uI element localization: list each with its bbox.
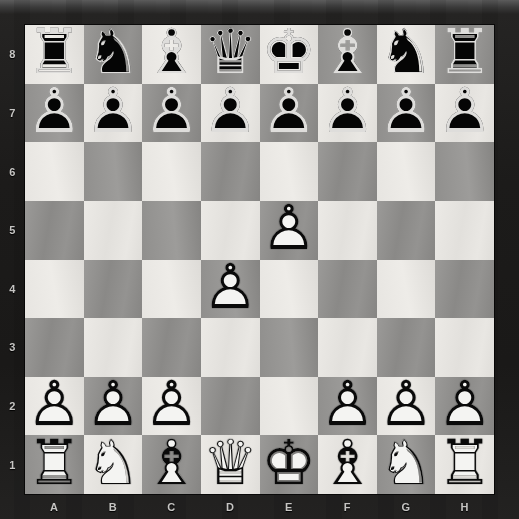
piece-body: ♝	[320, 21, 376, 83]
file-label-h: H	[435, 494, 494, 519]
piece-body: ♟	[202, 79, 258, 141]
white-bishop-icon: ♝♗	[318, 435, 377, 494]
piece-body: ♝	[320, 431, 376, 493]
black-pawn-icon: ♟♙	[318, 84, 377, 143]
square-g8[interactable]: ♞♘	[377, 25, 436, 84]
square-e1[interactable]: ♚♔	[260, 435, 319, 494]
square-d3[interactable]	[201, 318, 260, 377]
square-g2[interactable]: ♟♙	[377, 377, 436, 436]
piece-outline: ♙	[437, 79, 493, 141]
square-a4[interactable]	[25, 260, 84, 319]
rank-label-2: 2	[0, 377, 25, 436]
piece-outline: ♖	[437, 21, 493, 83]
black-knight-icon: ♞♘	[84, 25, 143, 84]
square-b3[interactable]	[84, 318, 143, 377]
rank-label-3: 3	[0, 318, 25, 377]
square-c1[interactable]: ♝♗	[142, 435, 201, 494]
square-g7[interactable]: ♟♙	[377, 84, 436, 143]
piece-body: ♛	[202, 21, 258, 83]
piece-outline: ♙	[85, 79, 141, 141]
piece-body: ♟	[27, 79, 83, 141]
white-pawn-icon: ♟♙	[84, 377, 143, 436]
square-h8[interactable]: ♜♖	[435, 25, 494, 84]
rank-labels: 87654321	[0, 25, 25, 494]
rank-label-6: 6	[0, 142, 25, 201]
square-f4[interactable]	[318, 260, 377, 319]
square-a8[interactable]: ♜♖	[25, 25, 84, 84]
piece-outline: ♙	[261, 197, 317, 259]
white-pawn-icon: ♟♙	[25, 377, 84, 436]
file-label-g: G	[377, 494, 436, 519]
square-f2[interactable]: ♟♙	[318, 377, 377, 436]
piece-outline: ♙	[144, 79, 200, 141]
rank-label-4: 4	[0, 260, 25, 319]
white-knight-icon: ♞♘	[377, 435, 436, 494]
square-h2[interactable]: ♟♙	[435, 377, 494, 436]
piece-outline: ♘	[85, 431, 141, 493]
file-label-c: C	[142, 494, 201, 519]
piece-body: ♟	[437, 79, 493, 141]
piece-body: ♚	[261, 431, 317, 493]
rank-label-7: 7	[0, 84, 25, 143]
piece-outline: ♔	[261, 431, 317, 493]
piece-outline: ♘	[378, 431, 434, 493]
white-king-icon: ♚♔	[260, 435, 319, 494]
square-f6[interactable]	[318, 142, 377, 201]
square-d2[interactable]	[201, 377, 260, 436]
square-c3[interactable]	[142, 318, 201, 377]
piece-body: ♟	[27, 373, 83, 435]
white-rook-icon: ♜♖	[435, 435, 494, 494]
rank-label-5: 5	[0, 201, 25, 260]
piece-outline: ♘	[378, 21, 434, 83]
piece-body: ♞	[85, 431, 141, 493]
square-e6[interactable]	[260, 142, 319, 201]
square-c4[interactable]	[142, 260, 201, 319]
square-f7[interactable]: ♟♙	[318, 84, 377, 143]
square-f1[interactable]: ♝♗	[318, 435, 377, 494]
square-h7[interactable]: ♟♙	[435, 84, 494, 143]
square-f3[interactable]	[318, 318, 377, 377]
piece-body: ♟	[437, 373, 493, 435]
file-label-f: F	[318, 494, 377, 519]
square-e7[interactable]: ♟♙	[260, 84, 319, 143]
square-g4[interactable]	[377, 260, 436, 319]
rank-label-8: 8	[0, 25, 25, 84]
square-a1[interactable]: ♜♖	[25, 435, 84, 494]
piece-outline: ♙	[320, 79, 376, 141]
black-queen-icon: ♛♕	[201, 25, 260, 84]
square-a6[interactable]	[25, 142, 84, 201]
piece-outline: ♙	[85, 373, 141, 435]
file-label-d: D	[201, 494, 260, 519]
piece-outline: ♗	[144, 431, 200, 493]
piece-outline: ♗	[320, 431, 376, 493]
square-g6[interactable]	[377, 142, 436, 201]
square-a5[interactable]	[25, 201, 84, 260]
piece-body: ♟	[144, 373, 200, 435]
piece-outline: ♙	[144, 373, 200, 435]
file-label-e: E	[260, 494, 319, 519]
piece-body: ♞	[378, 431, 434, 493]
square-a7[interactable]: ♟♙	[25, 84, 84, 143]
piece-body: ♝	[144, 21, 200, 83]
square-e4[interactable]	[260, 260, 319, 319]
piece-body: ♟	[320, 79, 376, 141]
piece-body: ♟	[378, 373, 434, 435]
square-h4[interactable]	[435, 260, 494, 319]
square-c8[interactable]: ♝♗	[142, 25, 201, 84]
piece-outline: ♕	[202, 21, 258, 83]
piece-body: ♛	[202, 431, 258, 493]
piece-outline: ♗	[320, 21, 376, 83]
square-h5[interactable]	[435, 201, 494, 260]
piece-outline: ♙	[27, 373, 83, 435]
file-label-b: B	[84, 494, 143, 519]
piece-body: ♜	[27, 431, 83, 493]
black-knight-icon: ♞♘	[377, 25, 436, 84]
piece-body: ♞	[85, 21, 141, 83]
piece-outline: ♙	[202, 79, 258, 141]
black-pawn-icon: ♟♙	[377, 84, 436, 143]
square-e8[interactable]: ♚♔	[260, 25, 319, 84]
white-rook-icon: ♜♖	[25, 435, 84, 494]
piece-outline: ♖	[27, 431, 83, 493]
black-rook-icon: ♜♖	[25, 25, 84, 84]
square-d8[interactable]: ♛♕	[201, 25, 260, 84]
piece-body: ♜	[437, 431, 493, 493]
piece-body: ♜	[437, 21, 493, 83]
piece-body: ♚	[261, 21, 317, 83]
black-pawn-icon: ♟♙	[142, 84, 201, 143]
square-b6[interactable]	[84, 142, 143, 201]
square-b1[interactable]: ♞♘	[84, 435, 143, 494]
piece-body: ♟	[144, 79, 200, 141]
piece-body: ♜	[27, 21, 83, 83]
piece-body: ♟	[378, 79, 434, 141]
black-pawn-icon: ♟♙	[84, 84, 143, 143]
square-f5[interactable]	[318, 201, 377, 260]
square-g5[interactable]	[377, 201, 436, 260]
piece-body: ♟	[320, 373, 376, 435]
piece-outline: ♕	[202, 431, 258, 493]
black-bishop-icon: ♝♗	[318, 25, 377, 84]
piece-outline: ♙	[378, 373, 434, 435]
piece-outline: ♗	[144, 21, 200, 83]
piece-outline: ♙	[378, 79, 434, 141]
piece-outline: ♙	[202, 255, 258, 317]
black-bishop-icon: ♝♗	[142, 25, 201, 84]
black-rook-icon: ♜♖	[435, 25, 494, 84]
square-c2[interactable]: ♟♙	[142, 377, 201, 436]
square-e3[interactable]	[260, 318, 319, 377]
square-e5[interactable]: ♟♙	[260, 201, 319, 260]
rank-label-1: 1	[0, 435, 25, 494]
square-h3[interactable]	[435, 318, 494, 377]
piece-body: ♟	[202, 255, 258, 317]
square-h6[interactable]	[435, 142, 494, 201]
black-pawn-icon: ♟♙	[201, 84, 260, 143]
white-bishop-icon: ♝♗	[142, 435, 201, 494]
black-king-icon: ♚♔	[260, 25, 319, 84]
piece-body: ♟	[85, 373, 141, 435]
square-b8[interactable]: ♞♘	[84, 25, 143, 84]
piece-outline: ♙	[437, 373, 493, 435]
square-d7[interactable]: ♟♙	[201, 84, 260, 143]
square-e2[interactable]	[260, 377, 319, 436]
piece-outline: ♙	[261, 79, 317, 141]
square-c6[interactable]	[142, 142, 201, 201]
white-knight-icon: ♞♘	[84, 435, 143, 494]
white-pawn-icon: ♟♙	[318, 377, 377, 436]
black-pawn-icon: ♟♙	[435, 84, 494, 143]
white-pawn-icon: ♟♙	[201, 260, 260, 319]
piece-body: ♟	[261, 197, 317, 259]
white-pawn-icon: ♟♙	[377, 377, 436, 436]
square-b7[interactable]: ♟♙	[84, 84, 143, 143]
piece-outline: ♘	[85, 21, 141, 83]
piece-outline: ♔	[261, 21, 317, 83]
chess-board-frame: 87654321 ABCDEFGH ♜♖♞♘♝♗♛♕♚♔♝♗♞♘♜♖♟♙♟♙♟♙…	[0, 0, 519, 519]
square-d5[interactable]	[201, 201, 260, 260]
piece-outline: ♙	[27, 79, 83, 141]
square-b2[interactable]: ♟♙	[84, 377, 143, 436]
piece-body: ♟	[85, 79, 141, 141]
square-g3[interactable]	[377, 318, 436, 377]
piece-body: ♟	[261, 79, 317, 141]
square-c7[interactable]: ♟♙	[142, 84, 201, 143]
file-labels: ABCDEFGH	[25, 494, 494, 519]
square-g1[interactable]: ♞♘	[377, 435, 436, 494]
square-d4[interactable]: ♟♙	[201, 260, 260, 319]
square-h1[interactable]: ♜♖	[435, 435, 494, 494]
square-a2[interactable]: ♟♙	[25, 377, 84, 436]
square-b5[interactable]	[84, 201, 143, 260]
square-d6[interactable]	[201, 142, 260, 201]
square-d1[interactable]: ♛♕	[201, 435, 260, 494]
white-pawn-icon: ♟♙	[435, 377, 494, 436]
square-f8[interactable]: ♝♗	[318, 25, 377, 84]
square-a3[interactable]	[25, 318, 84, 377]
square-b4[interactable]	[84, 260, 143, 319]
black-pawn-icon: ♟♙	[260, 84, 319, 143]
chess-board: ♜♖♞♘♝♗♛♕♚♔♝♗♞♘♜♖♟♙♟♙♟♙♟♙♟♙♟♙♟♙♟♙♟♙♟♙♟♙♟♙…	[25, 25, 494, 494]
piece-body: ♝	[144, 431, 200, 493]
white-pawn-icon: ♟♙	[260, 201, 319, 260]
piece-outline: ♖	[27, 21, 83, 83]
white-queen-icon: ♛♕	[201, 435, 260, 494]
file-label-a: A	[25, 494, 84, 519]
black-pawn-icon: ♟♙	[25, 84, 84, 143]
square-c5[interactable]	[142, 201, 201, 260]
white-pawn-icon: ♟♙	[142, 377, 201, 436]
piece-body: ♞	[378, 21, 434, 83]
piece-outline: ♖	[437, 431, 493, 493]
piece-outline: ♙	[320, 373, 376, 435]
